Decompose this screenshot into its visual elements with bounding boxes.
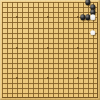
star-point xyxy=(77,47,79,49)
star-point xyxy=(77,16,79,18)
board-edge-line-right xyxy=(97,2,98,98)
board-edge-line-bottom xyxy=(2,97,98,98)
grid-line-horizontal xyxy=(2,93,97,94)
black-stone[interactable] xyxy=(85,0,90,5)
white-stone[interactable] xyxy=(90,15,95,20)
go-board[interactable] xyxy=(0,0,100,100)
star-point xyxy=(77,77,79,79)
star-point xyxy=(47,77,49,79)
star-point xyxy=(16,16,18,18)
star-point xyxy=(47,16,49,18)
star-point xyxy=(47,47,49,49)
star-point xyxy=(16,47,18,49)
grid-line-horizontal xyxy=(2,88,97,89)
grid-line-horizontal xyxy=(2,83,97,84)
white-stone[interactable] xyxy=(90,30,95,35)
star-point xyxy=(16,77,18,79)
